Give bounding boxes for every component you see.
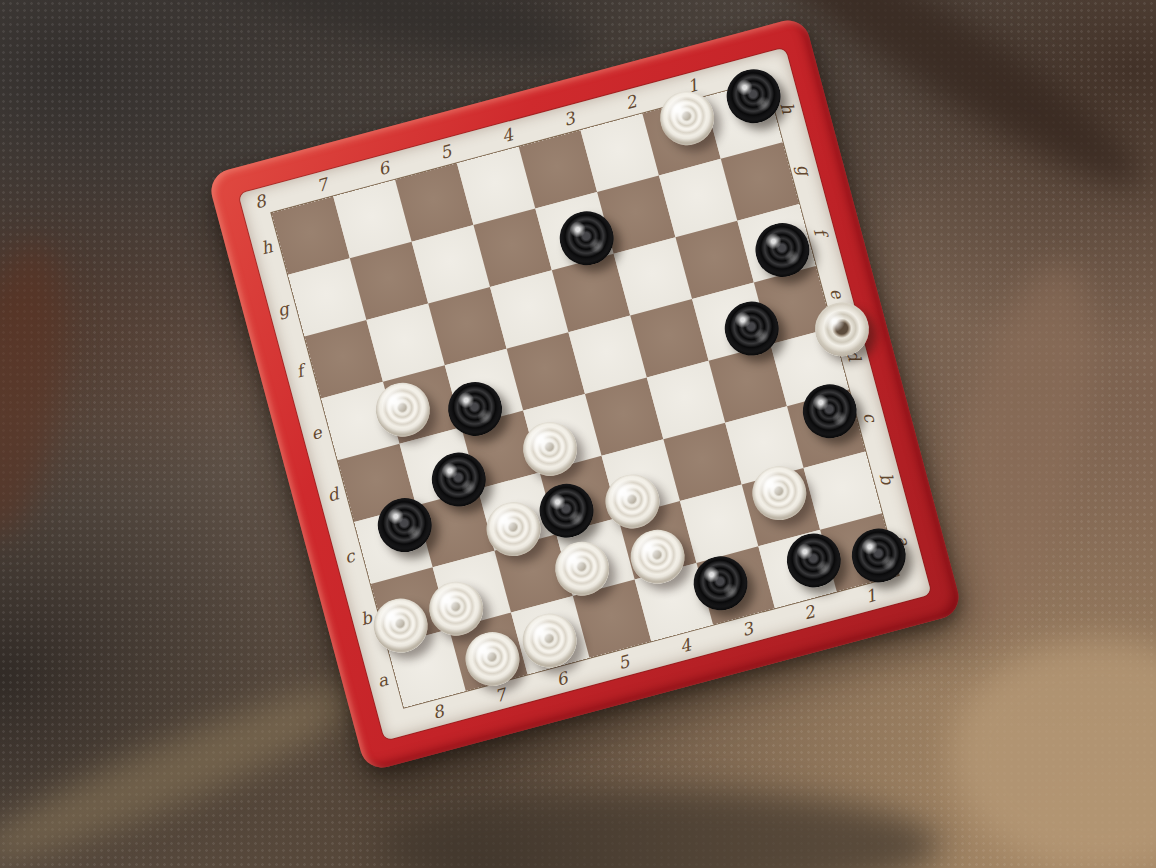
checker-black-a2[interactable]: ⛂ bbox=[781, 527, 847, 593]
fabric-streak bbox=[177, 0, 602, 83]
checker-white-b2[interactable]: ⛀ bbox=[746, 460, 812, 526]
checker-white-b5[interactable]: ⛀ bbox=[549, 536, 615, 602]
checker-white-c4[interactable]: ⛀ bbox=[599, 468, 665, 534]
checker-white-b7[interactable]: ⛀ bbox=[423, 576, 489, 642]
fabric-streak bbox=[0, 235, 80, 545]
fabric-streak bbox=[380, 790, 940, 868]
checker-black-e6[interactable]: ⛂ bbox=[442, 376, 508, 442]
fabric-streak bbox=[0, 659, 385, 868]
checker-white-d5[interactable]: ⛀ bbox=[517, 416, 583, 482]
checker-black-c8[interactable]: ⛂ bbox=[372, 492, 438, 558]
checker-black-d7[interactable]: ⛂ bbox=[426, 446, 492, 512]
checker-white-e7[interactable]: ⛀ bbox=[370, 377, 436, 443]
checker-black-a3[interactable]: ⛂ bbox=[688, 550, 754, 616]
checker-white-b4[interactable]: ⛀ bbox=[625, 524, 691, 590]
checkers-board: 87654321 87654321 hgfedcba hgfedcba ⛀⛂⛂⛂… bbox=[207, 16, 964, 773]
checker-black-e2[interactable]: ⛂ bbox=[719, 296, 785, 362]
checker-black-c5[interactable]: ⛂ bbox=[534, 478, 600, 544]
fabric-streak bbox=[950, 640, 1156, 868]
checker-white-c6[interactable]: ⛀ bbox=[480, 496, 546, 562]
checker-black-g4[interactable]: ⛂ bbox=[554, 205, 620, 271]
